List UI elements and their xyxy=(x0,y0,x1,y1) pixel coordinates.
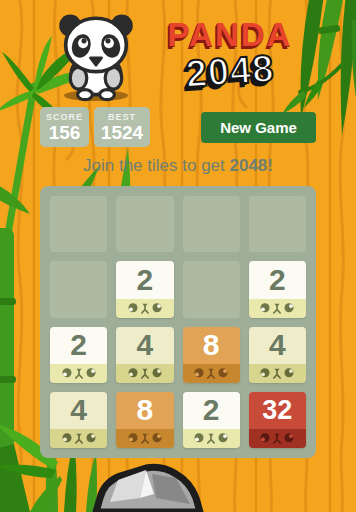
board-cell: 2 xyxy=(116,261,173,317)
panda-face-icon xyxy=(116,364,173,383)
tile-value: 8 xyxy=(116,392,173,429)
tile-2: 2 xyxy=(183,392,240,448)
panda-face-icon xyxy=(116,429,173,448)
best-box: BEST 1524 xyxy=(94,107,150,147)
board-cell: 2 xyxy=(183,392,240,448)
panda-face-icon xyxy=(116,299,173,318)
new-game-button[interactable]: New Game xyxy=(201,112,316,143)
board-cell: 8 xyxy=(183,327,240,383)
tile-value: 2 xyxy=(50,327,107,364)
tile-value: 8 xyxy=(183,327,240,364)
board-cell: 8 xyxy=(116,392,173,448)
board-cell xyxy=(183,261,240,317)
board-cell xyxy=(50,261,107,317)
subtitle-prefix: Join the tiles to get xyxy=(83,156,229,175)
tile-8: 8 xyxy=(183,327,240,383)
score-label: SCORE xyxy=(40,112,89,122)
panda-face-icon xyxy=(249,429,306,448)
tile-value: 2 xyxy=(249,261,306,298)
board-cell: 4 xyxy=(116,327,173,383)
panda-mascot-icon xyxy=(50,8,142,104)
tile-value: 4 xyxy=(249,327,306,364)
board-cell xyxy=(116,196,173,252)
subtitle: Join the tiles to get 2048! xyxy=(0,156,356,176)
board-cell xyxy=(183,196,240,252)
panda-face-icon xyxy=(50,364,107,383)
tile-4: 4 xyxy=(249,327,306,383)
board-grid[interactable]: 2 2 2 4 8 xyxy=(40,186,316,458)
tile-2: 2 xyxy=(50,327,107,383)
tile-32: 32 xyxy=(249,392,306,448)
tile-2: 2 xyxy=(249,261,306,317)
best-label: BEST xyxy=(94,112,150,122)
board-cell: 4 xyxy=(50,392,107,448)
tile-value: 2 xyxy=(183,392,240,429)
panda-face-icon xyxy=(249,364,306,383)
panda-2048-app: PANDA 2048 SCORE 156 BEST 1524 New Game … xyxy=(0,0,356,512)
tile-4: 4 xyxy=(116,327,173,383)
tile-value: 4 xyxy=(116,327,173,364)
board-cell: 4 xyxy=(249,327,306,383)
subtitle-goal: 2048! xyxy=(230,156,273,175)
board-cell: 2 xyxy=(249,261,306,317)
panda-face-icon xyxy=(50,429,107,448)
tile-2: 2 xyxy=(116,261,173,317)
tile-value: 2 xyxy=(116,261,173,298)
game-title-2048: 2048 xyxy=(155,45,306,98)
tile-8: 8 xyxy=(116,392,173,448)
panda-face-icon xyxy=(249,299,306,318)
rock-decoration xyxy=(96,467,200,512)
score-box: SCORE 156 xyxy=(40,107,89,147)
score-value: 156 xyxy=(40,122,89,143)
best-value: 1524 xyxy=(94,122,150,143)
board-cell xyxy=(50,196,107,252)
panda-face-icon xyxy=(183,364,240,383)
tile-value: 32 xyxy=(249,392,306,429)
panda-face-icon xyxy=(183,429,240,448)
board-cell xyxy=(249,196,306,252)
board-cell: 2 xyxy=(50,327,107,383)
board-cell: 32 xyxy=(249,392,306,448)
tile-value: 4 xyxy=(50,392,107,429)
tile-4: 4 xyxy=(50,392,107,448)
